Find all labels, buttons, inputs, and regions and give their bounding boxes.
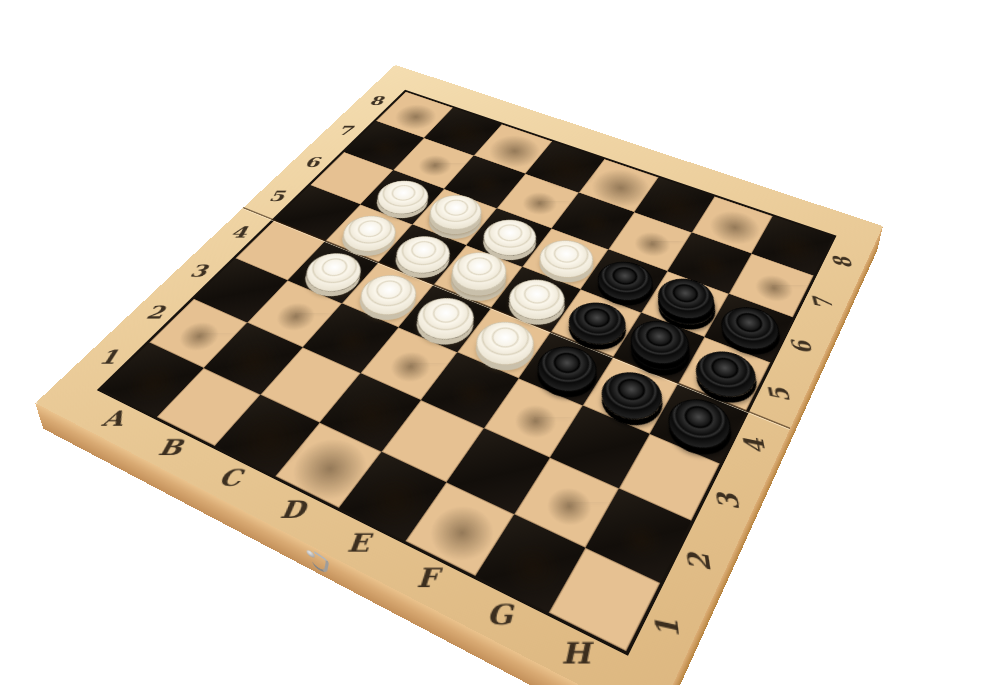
- rank-label-right-4: 4: [741, 437, 771, 452]
- rank-label-right-8: 8: [830, 256, 857, 267]
- file-label-g: G: [486, 600, 512, 628]
- file-label-b: B: [156, 436, 184, 458]
- rank-label-right-6: 6: [789, 340, 817, 353]
- black-pawn-glyph: ♟: [724, 186, 819, 292]
- rank-label-right-2: 2: [684, 552, 716, 570]
- rank-label-right-7: 7: [810, 297, 837, 309]
- rank-label-left-6: 6: [304, 155, 321, 168]
- rank-label-right-5: 5: [766, 387, 795, 401]
- file-label-f: F: [416, 564, 438, 590]
- file-label-h: H: [560, 638, 591, 667]
- rank-label-right-1: 1: [652, 617, 685, 637]
- product-photo-stage: ABCDEFGH1122334455667788♜♞♝♚♛♝♞♜♟♟♟♟♟♟♟♟…: [0, 0, 982, 685]
- clasp-hook: [312, 550, 329, 574]
- file-label-c: C: [216, 466, 242, 489]
- file-label-e: E: [346, 530, 370, 555]
- file-label-d: D: [278, 497, 306, 521]
- white-rook-glyph: ♜: [455, 403, 608, 573]
- board: ABCDEFGH1122334455667788♜♞♝♚♛♝♞♜♟♟♟♟♟♟♟♟…: [35, 64, 883, 685]
- rank-label-right-3: 3: [714, 492, 745, 509]
- clasp-hook-icon: [305, 546, 333, 578]
- file-label-a: A: [100, 408, 127, 429]
